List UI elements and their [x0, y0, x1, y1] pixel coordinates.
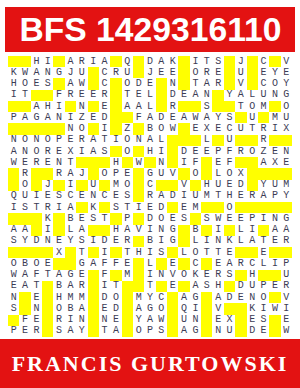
author-banner: FRANCIS GURTOWSKI — [0, 339, 300, 388]
letter-cell: N — [269, 90, 280, 101]
letter-cell: Y — [212, 112, 223, 123]
letter-cell: U — [76, 67, 87, 78]
letter-cell: B — [144, 123, 155, 134]
blocked-cell — [258, 168, 269, 179]
letter-cell: E — [8, 281, 19, 292]
letter-cell: W — [8, 157, 19, 168]
letter-cell: I — [99, 123, 110, 134]
letter-cell: U — [212, 180, 223, 191]
letter-cell: D — [178, 146, 189, 157]
letter-cell: R — [42, 146, 53, 157]
letter-cell: L — [144, 101, 155, 112]
letter-cell: L — [212, 168, 223, 179]
letter-cell: E — [167, 112, 178, 123]
letter-cell: T — [247, 123, 258, 134]
letter-cell: E — [212, 157, 223, 168]
letter-cell: N — [212, 236, 223, 247]
letter-cell: A — [178, 326, 189, 337]
letter-cell: N — [8, 292, 19, 303]
letter-cell: T — [212, 247, 223, 258]
letter-cell: C — [65, 191, 76, 202]
blocked-cell — [31, 225, 42, 236]
letter-cell: P — [8, 112, 19, 123]
blocked-cell — [8, 101, 19, 112]
letter-cell: I — [190, 303, 201, 314]
letter-cell: E — [156, 67, 167, 78]
letter-cell: E — [19, 326, 30, 337]
blocked-cell — [133, 56, 144, 67]
letter-cell: A — [133, 303, 144, 314]
letter-cell: H — [133, 247, 144, 258]
blocked-cell — [178, 258, 189, 269]
blocked-cell — [88, 303, 99, 314]
blocked-cell — [88, 123, 99, 134]
letter-cell: V — [281, 56, 292, 67]
blocked-cell — [201, 315, 212, 326]
blocked-cell — [110, 146, 121, 157]
letter-cell: M — [122, 270, 133, 281]
blocked-cell — [178, 56, 189, 67]
letter-cell: I — [178, 157, 189, 168]
blocked-cell — [167, 202, 178, 213]
letter-cell: N — [201, 90, 212, 101]
letter-cell: S — [42, 78, 53, 89]
letter-cell: R — [65, 90, 76, 101]
blocked-cell — [167, 135, 178, 146]
blocked-cell — [281, 202, 292, 213]
letter-cell: I — [281, 303, 292, 314]
letter-cell: E — [269, 281, 280, 292]
letter-cell: W — [76, 78, 87, 89]
letter-cell: A — [65, 326, 76, 337]
letter-cell: A — [133, 101, 144, 112]
letter-cell: M — [269, 112, 280, 123]
blocked-cell — [110, 270, 121, 281]
letter-cell: S — [8, 236, 19, 247]
blocked-cell — [247, 180, 258, 191]
letter-cell: A — [156, 191, 167, 202]
blocked-cell — [269, 168, 280, 179]
blocked-cell — [8, 123, 19, 134]
letter-cell: Q — [8, 191, 19, 202]
letter-cell: E — [31, 292, 42, 303]
letter-cell: D — [133, 78, 144, 89]
blocked-cell — [269, 315, 280, 326]
letter-cell: O — [247, 146, 258, 157]
letter-cell: E — [144, 202, 155, 213]
letter-cell: E — [144, 78, 155, 89]
letter-cell: F — [99, 258, 110, 269]
letter-cell: Y — [258, 180, 269, 191]
blocked-cell — [178, 225, 189, 236]
letter-cell: E — [212, 123, 223, 134]
letter-cell: L — [235, 225, 246, 236]
letter-cell: C — [99, 191, 110, 202]
letter-cell: I — [144, 225, 155, 236]
letter-cell: W — [269, 303, 280, 314]
letter-cell: T — [201, 247, 212, 258]
letter-cell: P — [122, 213, 133, 224]
blocked-cell — [53, 123, 64, 134]
letter-cell: X — [65, 146, 76, 157]
blocked-cell — [178, 123, 189, 134]
letter-cell: C — [144, 180, 155, 191]
letter-cell: D — [144, 56, 155, 67]
blocked-cell — [133, 146, 144, 157]
letter-cell: M — [76, 292, 87, 303]
letter-cell: I — [65, 180, 76, 191]
blocked-cell — [224, 78, 235, 89]
letter-cell: T — [258, 236, 269, 247]
letter-cell: Y — [281, 78, 292, 89]
blocked-cell — [247, 157, 258, 168]
blocked-cell — [53, 225, 64, 236]
letter-cell: L — [144, 258, 155, 269]
blocked-cell — [110, 56, 121, 67]
blocked-cell — [53, 56, 64, 67]
blocked-cell — [178, 101, 189, 112]
letter-cell: P — [258, 281, 269, 292]
letter-cell: A — [144, 112, 155, 123]
letter-cell: U — [247, 281, 258, 292]
blocked-cell — [31, 90, 42, 101]
letter-cell: S — [224, 112, 235, 123]
letter-cell: L — [144, 90, 155, 101]
letter-cell: T — [42, 270, 53, 281]
letter-cell: N — [156, 157, 167, 168]
blocked-cell — [133, 270, 144, 281]
letter-cell: N — [212, 326, 223, 337]
letter-cell: A — [178, 112, 189, 123]
letter-cell: T — [99, 213, 110, 224]
letter-cell: T — [110, 281, 121, 292]
blocked-cell — [19, 303, 30, 314]
letter-cell: T — [31, 281, 42, 292]
letter-cell: C — [156, 292, 167, 303]
letter-cell: O — [156, 213, 167, 224]
blocked-cell — [110, 101, 121, 112]
letter-cell: T — [235, 101, 246, 112]
letter-cell: F — [224, 157, 235, 168]
letter-cell: I — [178, 191, 189, 202]
letter-cell: V — [212, 303, 223, 314]
blocked-cell — [122, 303, 133, 314]
letter-cell: A — [99, 56, 110, 67]
letter-cell: N — [76, 315, 87, 326]
blocked-cell — [31, 247, 42, 258]
letter-cell: I — [156, 236, 167, 247]
letter-cell: O — [269, 78, 280, 89]
letter-cell: U — [178, 315, 189, 326]
letter-cell: A — [156, 56, 167, 67]
blocked-cell — [42, 123, 53, 134]
blocked-cell — [88, 247, 99, 258]
letter-cell: G — [190, 326, 201, 337]
letter-cell: W — [281, 326, 292, 337]
letter-cell: E — [110, 191, 121, 202]
letter-cell: E — [258, 247, 269, 258]
letter-cell: N — [42, 236, 53, 247]
letter-cell: I — [133, 202, 144, 213]
blocked-cell — [201, 292, 212, 303]
letter-cell: D — [156, 202, 167, 213]
blocked-cell — [133, 180, 144, 191]
blocked-cell — [269, 247, 280, 258]
letter-cell: P — [269, 191, 280, 202]
letter-cell: Y — [144, 292, 155, 303]
letter-cell: A — [8, 225, 19, 236]
letter-cell: R — [122, 236, 133, 247]
blocked-cell — [156, 78, 167, 89]
letter-cell: H — [110, 157, 121, 168]
blocked-cell — [19, 247, 30, 258]
blocked-cell — [167, 292, 178, 303]
letter-cell: H — [212, 281, 223, 292]
letter-cell: X — [201, 123, 212, 134]
letter-cell: S — [122, 191, 133, 202]
letter-cell: O — [53, 303, 64, 314]
blocked-cell — [8, 315, 19, 326]
letter-cell: S — [53, 326, 64, 337]
letter-cell: U — [247, 112, 258, 123]
blocked-cell — [201, 258, 212, 269]
blocked-cell — [269, 326, 280, 337]
blocked-cell — [269, 292, 280, 303]
letter-cell: Z — [76, 112, 87, 123]
letter-cell: O — [281, 101, 292, 112]
letter-cell: T — [65, 157, 76, 168]
blocked-cell — [167, 326, 178, 337]
letter-cell: P — [53, 135, 64, 146]
letter-cell: W — [190, 112, 201, 123]
letter-cell: Y — [281, 191, 292, 202]
letter-cell: E — [88, 112, 99, 123]
blocked-cell — [122, 292, 133, 303]
blocked-cell — [156, 90, 167, 101]
blocked-cell — [167, 157, 178, 168]
letter-cell: F — [110, 258, 121, 269]
blocked-cell — [167, 315, 178, 326]
blocked-cell — [122, 315, 133, 326]
blocked-cell — [99, 202, 110, 213]
blocked-cell — [235, 315, 246, 326]
letter-cell: N — [156, 225, 167, 236]
letter-cell: I — [65, 112, 76, 123]
book-title: BFS 1429316110 — [19, 11, 281, 49]
letter-cell: D — [224, 292, 235, 303]
letter-cell: O — [42, 135, 53, 146]
letter-cell: O — [19, 180, 30, 191]
letter-cell: G — [31, 112, 42, 123]
blocked-cell — [212, 202, 223, 213]
blocked-cell — [88, 78, 99, 89]
letter-cell: N — [53, 157, 64, 168]
letter-cell: E — [190, 123, 201, 134]
blocked-cell — [19, 101, 30, 112]
blocked-cell — [42, 247, 53, 258]
blocked-cell — [110, 112, 121, 123]
letter-cell: S — [99, 146, 110, 157]
blocked-cell — [269, 202, 280, 213]
letter-cell: R — [99, 90, 110, 101]
letter-cell: E — [110, 315, 121, 326]
letter-cell: T — [31, 202, 42, 213]
blocked-cell — [53, 258, 64, 269]
blocked-cell — [31, 123, 42, 134]
letter-cell: E — [167, 258, 178, 269]
blocked-cell — [235, 112, 246, 123]
letter-cell: I — [88, 236, 99, 247]
blocked-cell — [76, 180, 87, 191]
letter-cell: O — [19, 78, 30, 89]
letter-cell: H — [53, 292, 64, 303]
letter-cell: E — [235, 213, 246, 224]
letter-cell: C — [247, 258, 258, 269]
letter-cell: A — [88, 146, 99, 157]
letter-cell: E — [235, 292, 246, 303]
letter-cell: U — [122, 67, 133, 78]
letter-cell: E — [76, 270, 87, 281]
blocked-cell — [31, 168, 42, 179]
blocked-cell — [178, 168, 189, 179]
letter-cell: R — [53, 168, 64, 179]
letter-cell: I — [99, 281, 110, 292]
letter-cell: A — [65, 168, 76, 179]
letter-cell: O — [99, 168, 110, 179]
blocked-cell — [122, 281, 133, 292]
letter-cell: T — [99, 326, 110, 337]
blocked-cell — [133, 213, 144, 224]
letter-cell: P — [8, 326, 19, 337]
letter-cell: E — [122, 168, 133, 179]
letter-cell: Q — [122, 56, 133, 67]
letter-cell: U — [224, 135, 235, 146]
letter-cell: H — [42, 101, 53, 112]
blocked-cell — [19, 56, 30, 67]
letter-cell: F — [53, 90, 64, 101]
blocked-cell — [88, 101, 99, 112]
letter-cell: M — [110, 180, 121, 191]
letter-cell: L — [258, 258, 269, 269]
blocked-cell — [133, 123, 144, 134]
letter-cell: O — [156, 123, 167, 134]
letter-cell: S — [156, 247, 167, 258]
letter-cell: N — [167, 78, 178, 89]
letter-cell: S — [224, 270, 235, 281]
letter-cell: E — [201, 146, 212, 157]
blocked-cell — [122, 112, 133, 123]
letter-cell: P — [110, 168, 121, 179]
letter-cell: R — [76, 281, 87, 292]
letter-cell: O — [258, 292, 269, 303]
letter-cell: S — [88, 213, 99, 224]
letter-cell: R — [42, 202, 53, 213]
letter-cell: I — [53, 202, 64, 213]
blocked-cell — [212, 90, 223, 101]
letter-cell: G — [76, 258, 87, 269]
letter-cell: N — [190, 315, 201, 326]
letter-cell: E — [167, 67, 178, 78]
letter-cell: Y — [19, 236, 30, 247]
letter-cell: O — [19, 135, 30, 146]
blocked-cell — [110, 213, 121, 224]
blocked-cell — [190, 135, 201, 146]
letter-cell: O — [224, 202, 235, 213]
blocked-cell — [235, 157, 246, 168]
letter-cell: E — [269, 236, 280, 247]
letter-cell: A — [65, 281, 76, 292]
blocked-cell — [224, 303, 235, 314]
letter-cell: I — [88, 56, 99, 67]
letter-cell: H — [144, 146, 155, 157]
blocked-cell — [42, 315, 53, 326]
letter-cell: D — [167, 90, 178, 101]
letter-cell: X — [269, 157, 280, 168]
letter-cell: I — [99, 247, 110, 258]
letter-cell: A — [76, 303, 87, 314]
blocked-cell — [122, 157, 133, 168]
letter-cell: A — [19, 112, 30, 123]
letter-cell: O — [31, 258, 42, 269]
letter-cell: A — [201, 78, 212, 89]
letter-cell: V — [167, 270, 178, 281]
letter-cell: J — [235, 56, 246, 67]
letter-cell: M — [65, 292, 76, 303]
letter-cell: R — [258, 123, 269, 134]
letter-cell: K — [167, 56, 178, 67]
blocked-cell — [201, 157, 212, 168]
letter-cell: E — [99, 303, 110, 314]
letter-cell: L — [201, 135, 212, 146]
blocked-cell — [110, 78, 121, 89]
blocked-cell — [8, 168, 19, 179]
letter-cell: E — [31, 315, 42, 326]
letter-cell: G — [167, 236, 178, 247]
letter-cell: C — [258, 56, 269, 67]
letter-cell: R — [281, 236, 292, 247]
letter-cell: I — [190, 56, 201, 67]
letter-cell: A — [122, 225, 133, 236]
blocked-cell — [88, 225, 99, 236]
letter-cell: T — [212, 191, 223, 202]
letter-cell: S — [201, 281, 212, 292]
letter-cell: H — [31, 56, 42, 67]
letter-cell: E — [42, 191, 53, 202]
blocked-cell — [99, 180, 110, 191]
letter-cell: E — [281, 315, 292, 326]
letter-cell: E — [178, 90, 189, 101]
blocked-cell — [235, 135, 246, 146]
letter-cell: E — [247, 315, 258, 326]
letter-cell: S — [258, 315, 269, 326]
letter-cell: A — [269, 225, 280, 236]
letter-cell: D — [99, 236, 110, 247]
letter-cell: I — [269, 123, 280, 134]
letter-cell: A — [76, 225, 87, 236]
letter-cell: O — [190, 247, 201, 258]
letter-cell: T — [144, 281, 155, 292]
letter-cell: A — [31, 101, 42, 112]
blocked-cell — [224, 67, 235, 78]
letter-cell: H — [224, 191, 235, 202]
blocked-cell — [167, 146, 178, 157]
blocked-cell — [88, 315, 99, 326]
letter-cell: O — [8, 258, 19, 269]
blocked-cell — [201, 225, 212, 236]
blocked-cell — [247, 78, 258, 89]
letter-cell: F — [190, 157, 201, 168]
letter-cell: E — [99, 101, 110, 112]
